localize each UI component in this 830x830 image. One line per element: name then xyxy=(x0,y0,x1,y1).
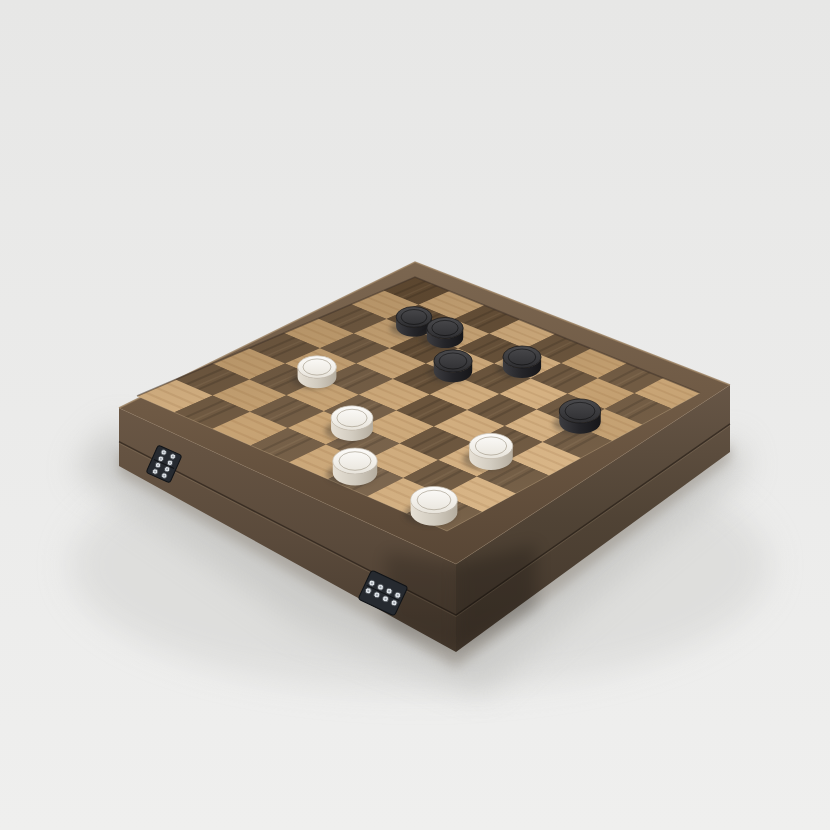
checkers-box-render xyxy=(0,0,830,830)
board-svg xyxy=(0,0,830,830)
scene xyxy=(0,0,830,830)
